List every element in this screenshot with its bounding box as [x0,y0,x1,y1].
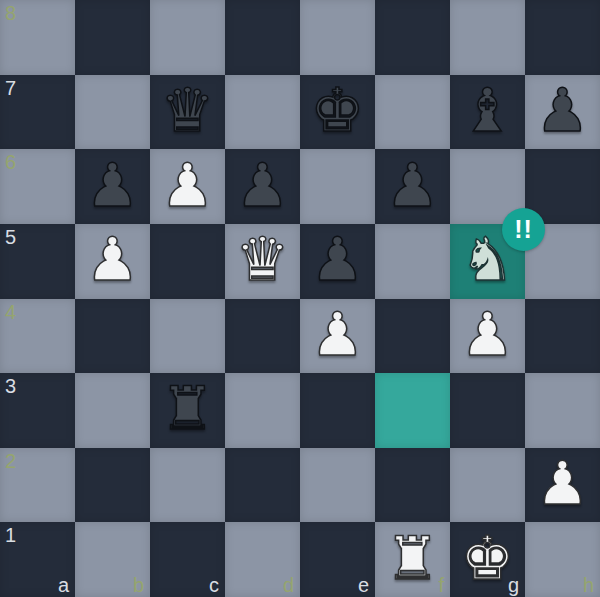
square-c7[interactable]: ♛ [150,75,225,150]
square-d4[interactable] [225,299,300,374]
square-h8[interactable] [525,0,600,75]
piece-black-pawn-b6[interactable]: ♟ [86,155,140,215]
square-c6[interactable]: ♟ [150,149,225,224]
square-f5[interactable] [375,224,450,299]
brilliant-move-label: !! [514,215,533,244]
piece-white-pawn-b5[interactable]: ♟ [86,229,140,289]
square-f1[interactable]: f♜ [375,522,450,597]
square-g3[interactable] [450,373,525,448]
square-d3[interactable] [225,373,300,448]
rank-label-7: 7 [5,78,16,98]
square-g2[interactable] [450,448,525,523]
square-e8[interactable] [300,0,375,75]
file-label-a: a [58,575,69,595]
square-d7[interactable] [225,75,300,150]
square-c5[interactable] [150,224,225,299]
square-f6[interactable]: ♟ [375,149,450,224]
square-d5[interactable]: ♛ [225,224,300,299]
square-g7[interactable]: ♝ [450,75,525,150]
square-a7[interactable]: 7 [0,75,75,150]
piece-black-rook-c3[interactable]: ♜ [161,378,215,438]
square-f3[interactable] [375,373,450,448]
square-b8[interactable] [75,0,150,75]
square-d1[interactable]: d [225,522,300,597]
piece-white-pawn-c6[interactable]: ♟ [161,155,215,215]
square-b2[interactable] [75,448,150,523]
square-g1[interactable]: g♚ [450,522,525,597]
square-b5[interactable]: ♟ [75,224,150,299]
square-f8[interactable] [375,0,450,75]
square-f2[interactable] [375,448,450,523]
square-a3[interactable]: 3 [0,373,75,448]
square-c1[interactable]: c [150,522,225,597]
square-g8[interactable] [450,0,525,75]
square-a6[interactable]: 6 [0,149,75,224]
file-label-d: d [283,575,294,595]
piece-black-queen-c7[interactable]: ♛ [161,80,215,140]
square-b3[interactable] [75,373,150,448]
square-c8[interactable] [150,0,225,75]
square-b1[interactable]: b [75,522,150,597]
rank-label-8: 8 [5,3,16,23]
square-g5[interactable]: ♞ !! [450,224,525,299]
square-e1[interactable]: e [300,522,375,597]
file-label-e: e [358,575,369,595]
piece-white-pawn-g4[interactable]: ♟ [461,304,515,364]
square-h4[interactable] [525,299,600,374]
rank-label-5: 5 [5,227,16,247]
square-d8[interactable] [225,0,300,75]
piece-black-pawn-e5[interactable]: ♟ [311,229,365,289]
piece-black-pawn-d6[interactable]: ♟ [236,155,290,215]
chess-board: 87♛♚♝♟6♟♟♟♟5♟♛♟♞ !! 4♟♟3♜2♟1abcdef♜g♚h [0,0,600,597]
file-label-b: b [133,575,144,595]
square-h7[interactable]: ♟ [525,75,600,150]
rank-label-6: 6 [5,152,16,172]
square-c3[interactable]: ♜ [150,373,225,448]
file-label-c: c [209,575,219,595]
square-f7[interactable] [375,75,450,150]
square-f4[interactable] [375,299,450,374]
square-c4[interactable] [150,299,225,374]
square-a8[interactable]: 8 [0,0,75,75]
square-b7[interactable] [75,75,150,150]
square-e3[interactable] [300,373,375,448]
piece-white-rook-f1[interactable]: ♜ [386,528,440,588]
square-a5[interactable]: 5 [0,224,75,299]
piece-white-pawn-e4[interactable]: ♟ [311,304,365,364]
file-label-h: h [583,575,594,595]
square-e5[interactable]: ♟ [300,224,375,299]
square-d6[interactable]: ♟ [225,149,300,224]
piece-black-king-e7[interactable]: ♚ [311,80,365,140]
square-a1[interactable]: 1a [0,522,75,597]
square-h3[interactable] [525,373,600,448]
piece-black-bishop-g7[interactable]: ♝ [461,80,515,140]
square-h2[interactable]: ♟ [525,448,600,523]
piece-white-queen-d5[interactable]: ♛ [236,229,290,289]
piece-white-king-g1[interactable]: ♚ [461,528,515,588]
piece-white-pawn-h2[interactable]: ♟ [536,453,590,513]
rank-label-1: 1 [5,525,16,545]
square-a4[interactable]: 4 [0,299,75,374]
piece-black-pawn-f6[interactable]: ♟ [386,155,440,215]
square-a2[interactable]: 2 [0,448,75,523]
square-b4[interactable] [75,299,150,374]
brilliant-move-badge: !! [502,208,545,251]
piece-black-pawn-h7[interactable]: ♟ [536,80,590,140]
rank-label-2: 2 [5,451,16,471]
square-h1[interactable]: h [525,522,600,597]
chess-app: 87♛♚♝♟6♟♟♟♟5♟♛♟♞ !! 4♟♟3♜2♟1abcdef♜g♚h [0,0,600,597]
square-e6[interactable] [300,149,375,224]
square-b6[interactable]: ♟ [75,149,150,224]
rank-label-4: 4 [5,302,16,322]
square-d2[interactable] [225,448,300,523]
square-e4[interactable]: ♟ [300,299,375,374]
square-c2[interactable] [150,448,225,523]
square-e2[interactable] [300,448,375,523]
square-e7[interactable]: ♚ [300,75,375,150]
square-g4[interactable]: ♟ [450,299,525,374]
rank-label-3: 3 [5,376,16,396]
